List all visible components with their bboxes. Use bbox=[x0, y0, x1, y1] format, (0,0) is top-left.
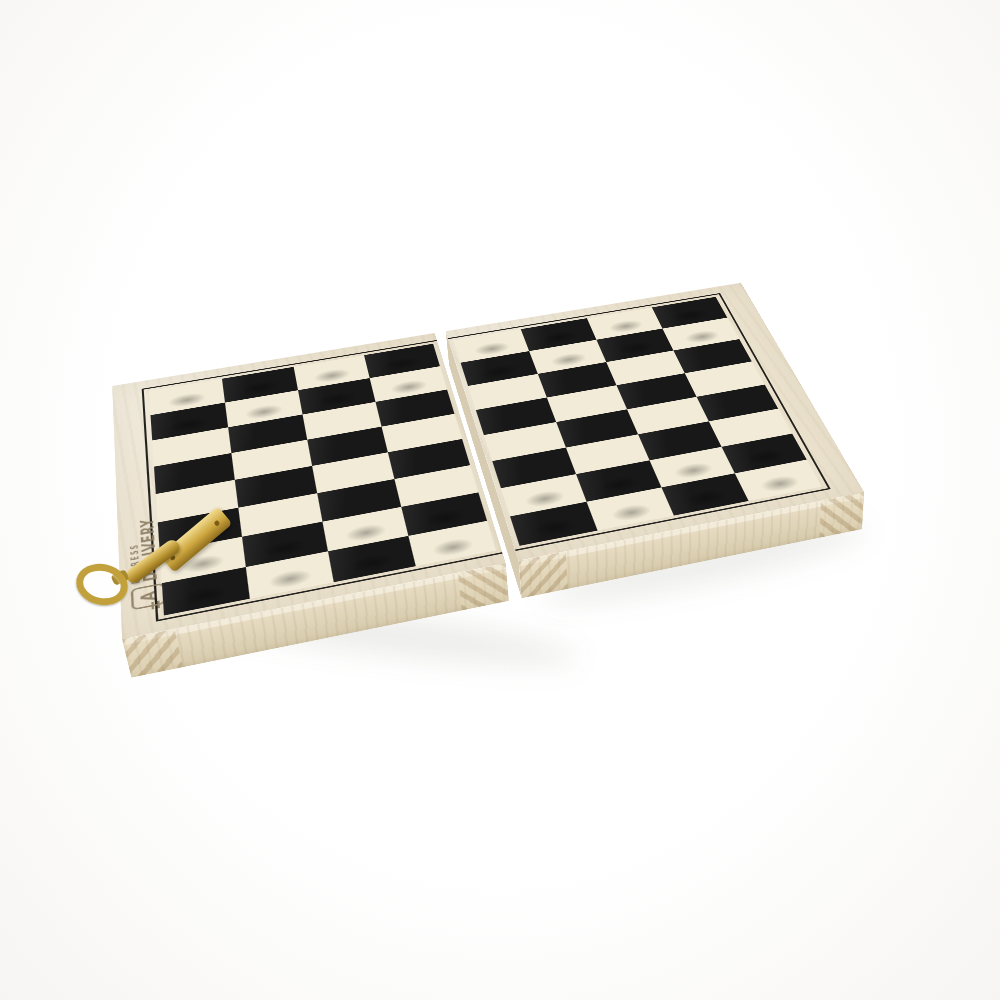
latch-ring bbox=[72, 559, 131, 610]
square-b5 bbox=[231, 440, 312, 480]
scene: A EXPRESS DELIVERY bbox=[0, 0, 1000, 1000]
product-photo-stage: A EXPRESS DELIVERY bbox=[0, 0, 1000, 1000]
corner-end-grain bbox=[519, 551, 568, 598]
corner-end-grain bbox=[458, 563, 509, 610]
brass-latch bbox=[66, 512, 266, 622]
corner-end-grain bbox=[819, 492, 864, 538]
square-a5 bbox=[154, 453, 235, 494]
